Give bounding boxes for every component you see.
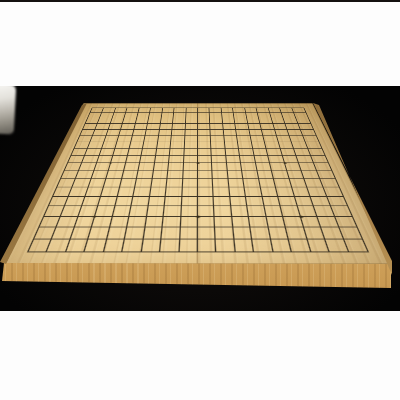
board-cell [216,239,235,251]
board-cell [215,206,233,216]
page: { "game": "go", "game_info": { "name": "… [0,0,400,400]
star-point [121,123,124,124]
board-cell [198,149,212,156]
board-cell [335,217,357,228]
board-cell [157,142,171,149]
star-point [197,123,199,124]
board-cell [253,239,274,251]
board-cell [331,206,352,216]
board-cell [155,156,170,163]
board-cell [165,197,182,207]
board-cell [213,179,229,188]
board-cell [239,149,254,156]
board-cell [212,149,226,156]
board-cell [179,239,198,251]
board-cell [180,227,198,239]
board-cell [171,142,185,149]
board-cell [230,197,248,207]
board-cell [147,206,165,216]
board-cell [154,163,170,171]
board-cell [198,188,214,197]
board-cell [142,149,157,156]
board-cell [232,217,251,228]
board-cell [135,179,152,188]
board-cell [183,171,198,179]
tengen-point [197,162,200,163]
board-cell [198,197,215,207]
star-point [109,162,112,163]
board-cell [162,227,181,239]
board-cell [211,142,225,149]
board-cell [137,171,153,179]
star-point [300,216,304,218]
board-cell [164,206,182,216]
board-cell [139,163,155,171]
board-cell [225,149,240,156]
board-cell [242,171,258,179]
board-cell [168,163,183,171]
board-cell [234,239,254,251]
board-cell [320,179,339,188]
board-cell [305,142,321,149]
board-cell [212,156,227,163]
board-cell [228,179,245,188]
board-cell [198,171,213,179]
board-cell [198,163,213,171]
star-point [272,123,275,124]
board-cell [198,239,217,251]
photo-background [0,86,400,311]
bottom-white-matte [0,311,400,400]
star-point [93,216,97,218]
board-cell [182,188,198,197]
board-cell [225,142,239,149]
board-cell [248,206,267,216]
board-cell [123,239,144,251]
board-cell [156,149,171,156]
board-cell [150,188,167,197]
board-cell [168,171,184,179]
board-cell [130,206,149,216]
board-cell [145,217,164,228]
board-cell [132,197,150,207]
board-cell [228,171,244,179]
board-grid [27,108,369,253]
board-cell [213,171,229,179]
board-cell [148,197,166,207]
board-cell [183,163,198,171]
board-cell [198,217,216,228]
board-cell [198,156,212,163]
board-cell [160,239,179,251]
board-cell [229,188,246,197]
board-cell [212,163,227,171]
board-cell [233,227,252,239]
board-cell [163,217,181,228]
white-cloth-object [0,86,16,134]
board-cell [198,206,215,216]
board-cell [143,142,158,149]
board-cell [142,239,162,251]
board-cell [339,227,362,239]
board-cell [169,156,184,163]
board-cell [151,179,168,188]
board-cell [181,197,198,207]
board-cell [215,217,233,228]
top-border-rule [0,0,400,2]
board-cell [181,206,198,216]
board-cell [323,188,343,197]
board-cell [216,227,235,239]
board-cell [180,217,198,228]
board-cell [231,206,249,216]
board-cell [226,156,241,163]
board-cell [327,197,347,207]
board-cell [184,149,198,156]
board-cell [244,179,261,188]
board-cell [311,156,328,163]
board-cell [308,149,325,156]
board-cell [238,142,253,149]
board-cell [249,217,268,228]
board-cell [246,197,264,207]
board-cell [198,179,214,188]
go-board [4,103,392,264]
board-cell [198,142,212,149]
board-cell [240,156,256,163]
board-cell [245,188,262,197]
board-cell [167,179,183,188]
board-cell [140,156,156,163]
board-cell [127,217,146,228]
board-cell [170,149,184,156]
star-point [196,216,199,218]
board-cell [214,197,231,207]
board-cell [166,188,183,197]
board-cell [214,188,231,197]
board-cell [182,179,198,188]
board-cell [251,227,271,239]
board-cell [317,171,335,179]
board-cell [134,188,151,197]
board-cell [125,227,145,239]
board-cell [152,171,168,179]
board-cell [227,163,243,171]
board-cell [143,227,162,239]
board-cell [241,163,257,171]
star-point [284,162,287,163]
board-cell [198,227,216,239]
board-cell [184,142,198,149]
board-cell [344,239,368,251]
board-cell [314,163,332,171]
